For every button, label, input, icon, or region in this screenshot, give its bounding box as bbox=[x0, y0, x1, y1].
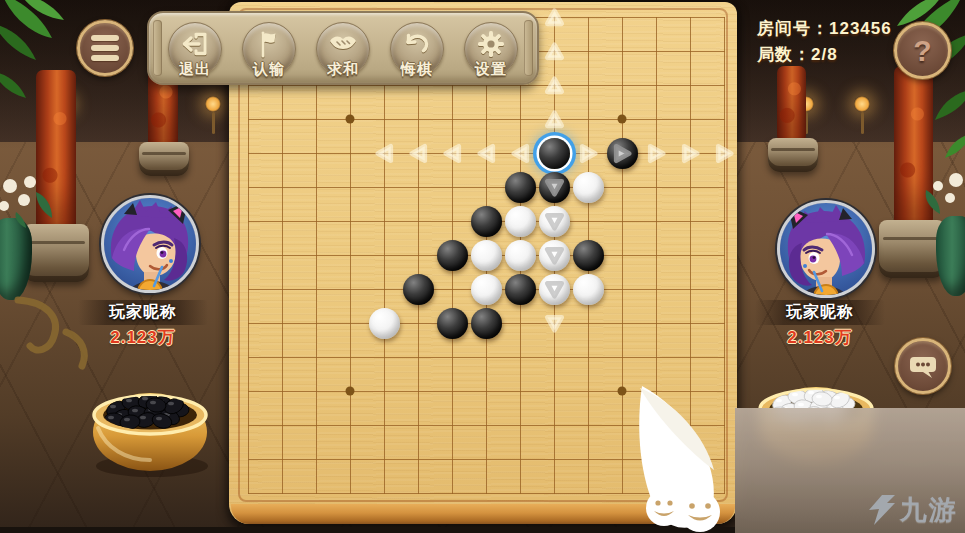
stone-black bbox=[437, 240, 468, 271]
exit-button[interactable]: 退出 bbox=[167, 21, 223, 77]
hint-arrow-up bbox=[543, 74, 566, 97]
right-player-name: 玩家昵称 bbox=[755, 300, 885, 325]
star-point bbox=[346, 387, 355, 396]
menu-button[interactable] bbox=[77, 20, 133, 76]
resign-button[interactable]: 认输 bbox=[241, 21, 297, 77]
pillar-base bbox=[768, 138, 818, 172]
chat-bubble-icon bbox=[907, 350, 939, 382]
star-point bbox=[618, 115, 627, 124]
stone-black bbox=[539, 172, 570, 203]
stone-white bbox=[573, 274, 604, 305]
blurred-overlay: 九游 bbox=[735, 408, 965, 533]
black-stone-bowl bbox=[86, 376, 214, 478]
hint-arrow-right bbox=[645, 142, 668, 165]
stone-black bbox=[607, 138, 638, 169]
chat-button[interactable] bbox=[895, 338, 951, 394]
hint-arrow-left bbox=[475, 142, 498, 165]
hint-arrow-up bbox=[543, 40, 566, 63]
stone-white bbox=[539, 274, 570, 305]
stone-black bbox=[505, 274, 536, 305]
hint-arrow-left bbox=[407, 142, 430, 165]
stone-white bbox=[505, 206, 536, 237]
hint-arrow-left bbox=[373, 142, 396, 165]
resign-label: 认输 bbox=[253, 60, 285, 79]
resign-icon bbox=[254, 29, 284, 59]
hint-arrow-right bbox=[713, 142, 736, 165]
toolbar: 退出认输求和悔棋设置 bbox=[147, 11, 539, 85]
question-mark-icon: ? bbox=[913, 34, 931, 68]
right-player-avatar[interactable] bbox=[777, 200, 875, 298]
room-number: 123456 bbox=[829, 19, 892, 38]
help-button[interactable]: ? bbox=[894, 22, 951, 79]
stone-white bbox=[369, 308, 400, 339]
hint-arrow-left bbox=[509, 142, 532, 165]
hint-arrow-right bbox=[679, 142, 702, 165]
toolbar-endcap bbox=[524, 20, 533, 76]
stone-black bbox=[505, 172, 536, 203]
left-player-coins: 2.123万 bbox=[78, 326, 208, 349]
hint-arrow-left bbox=[441, 142, 464, 165]
undo-icon bbox=[402, 29, 432, 59]
pillar-base bbox=[139, 142, 189, 176]
watermark-logo: 九游 bbox=[869, 492, 958, 528]
lamp bbox=[205, 96, 221, 136]
stone-white bbox=[573, 172, 604, 203]
hint-arrow-right bbox=[577, 142, 600, 165]
stone-white bbox=[471, 240, 502, 271]
draw-button[interactable]: 求和 bbox=[315, 21, 371, 77]
pillar bbox=[777, 66, 806, 142]
mascot-watermark bbox=[620, 382, 748, 532]
stone-black bbox=[471, 308, 502, 339]
room-info: 房间号：123456 局数：2/8 bbox=[757, 16, 892, 68]
settings-button[interactable]: 设置 bbox=[463, 21, 519, 77]
stone-black bbox=[403, 274, 434, 305]
stone-black bbox=[437, 308, 468, 339]
draw-icon bbox=[328, 29, 358, 59]
undo-label: 悔棋 bbox=[401, 60, 433, 79]
game-screen: 退出认输求和悔棋设置 ? 房间号：123456 局数：2/8 bbox=[0, 0, 965, 533]
toolbar-endcap bbox=[153, 20, 162, 76]
settings-icon bbox=[476, 29, 506, 59]
round-row: 局数：2/8 bbox=[757, 42, 892, 68]
pillar-base bbox=[23, 224, 89, 282]
draw-label: 求和 bbox=[327, 60, 359, 79]
stone-white bbox=[471, 274, 502, 305]
undo-button[interactable]: 悔棋 bbox=[389, 21, 445, 77]
stone-white bbox=[505, 240, 536, 271]
flowers bbox=[920, 168, 965, 224]
exit-label: 退出 bbox=[179, 60, 211, 79]
room-number-row: 房间号：123456 bbox=[757, 16, 892, 42]
exit-icon bbox=[180, 29, 210, 59]
hint-arrow-up bbox=[543, 108, 566, 131]
round-value: 2/8 bbox=[811, 45, 838, 64]
stone-black bbox=[573, 240, 604, 271]
stone-black bbox=[539, 138, 570, 169]
right-player-coins: 2.123万 bbox=[755, 326, 885, 349]
hint-arrow-down bbox=[543, 312, 566, 335]
flowers bbox=[0, 172, 56, 228]
watermark-logo-icon bbox=[869, 495, 895, 525]
stone-black bbox=[471, 206, 502, 237]
star-point bbox=[346, 115, 355, 124]
stone-white bbox=[539, 240, 570, 271]
left-player-avatar[interactable] bbox=[101, 195, 199, 293]
left-player-name: 玩家昵称 bbox=[78, 300, 208, 325]
stone-white bbox=[539, 206, 570, 237]
settings-label: 设置 bbox=[475, 60, 507, 79]
